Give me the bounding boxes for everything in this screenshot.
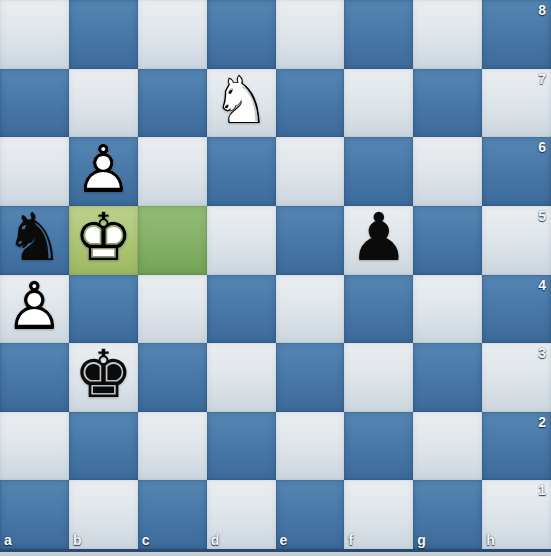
rank-label-1: 1	[538, 482, 546, 498]
square-g4[interactable]	[413, 275, 482, 344]
square-b3[interactable]: ♚	[69, 343, 138, 412]
square-h8[interactable]: 8	[482, 0, 551, 69]
square-b2[interactable]	[69, 412, 138, 481]
file-label-a: a	[4, 532, 12, 548]
square-f7[interactable]	[344, 69, 413, 138]
black-king[interactable]: ♚	[69, 343, 138, 412]
square-c3[interactable]	[138, 343, 207, 412]
square-c1[interactable]: c	[138, 480, 207, 549]
square-g2[interactable]	[413, 412, 482, 481]
square-e7[interactable]	[276, 69, 345, 138]
file-label-g: g	[417, 532, 426, 548]
file-label-b: b	[73, 532, 82, 548]
white-king-outline-glyph: ♔	[74, 205, 133, 271]
bottom-edge-light-strip	[0, 552, 551, 556]
square-a7[interactable]	[0, 69, 69, 138]
square-g5[interactable]	[413, 206, 482, 275]
square-f1[interactable]: f	[344, 480, 413, 549]
white-pawn[interactable]: ♟♙	[69, 137, 138, 206]
rank-label-8: 8	[538, 2, 546, 18]
square-d6[interactable]	[207, 137, 276, 206]
square-c8[interactable]	[138, 0, 207, 69]
square-d1[interactable]: d	[207, 480, 276, 549]
square-f4[interactable]	[344, 275, 413, 344]
square-f6[interactable]	[344, 137, 413, 206]
white-pawn-outline-glyph: ♙	[74, 137, 133, 203]
rank-label-4: 4	[538, 277, 546, 293]
file-label-c: c	[142, 532, 150, 548]
square-b8[interactable]	[69, 0, 138, 69]
square-h1[interactable]: 1h	[482, 480, 551, 549]
square-a4[interactable]: ♟♙	[0, 275, 69, 344]
square-e1[interactable]: e	[276, 480, 345, 549]
white-pawn-outline-glyph: ♙	[5, 274, 64, 340]
square-a1[interactable]: a	[0, 480, 69, 549]
rank-label-6: 6	[538, 139, 546, 155]
square-b7[interactable]	[69, 69, 138, 138]
square-h3[interactable]: 3	[482, 343, 551, 412]
square-b5[interactable]: ♚♔	[69, 206, 138, 275]
square-e3[interactable]	[276, 343, 345, 412]
square-f5[interactable]: ♟	[344, 206, 413, 275]
square-f3[interactable]	[344, 343, 413, 412]
board-bottom-edge	[0, 549, 551, 556]
file-label-f: f	[348, 532, 353, 548]
square-c5[interactable]	[138, 206, 207, 275]
rank-label-7: 7	[538, 71, 546, 87]
white-knight[interactable]: ♞♘	[207, 69, 276, 138]
square-a5[interactable]: ♞	[0, 206, 69, 275]
square-d8[interactable]	[207, 0, 276, 69]
square-h5[interactable]: 5	[482, 206, 551, 275]
square-g1[interactable]: g	[413, 480, 482, 549]
square-h4[interactable]: 4	[482, 275, 551, 344]
square-b4[interactable]	[69, 275, 138, 344]
chess-app: 8♞♘7♟♙6♞♚♔♟5♟♙4♚32abcdefg1h	[0, 0, 551, 556]
square-c4[interactable]	[138, 275, 207, 344]
square-d2[interactable]	[207, 412, 276, 481]
file-label-e: e	[280, 532, 288, 548]
square-f8[interactable]	[344, 0, 413, 69]
square-h6[interactable]: 6	[482, 137, 551, 206]
square-d5[interactable]	[207, 206, 276, 275]
black-pawn-glyph: ♟	[349, 205, 408, 271]
square-e4[interactable]	[276, 275, 345, 344]
file-label-h: h	[486, 532, 495, 548]
rank-label-5: 5	[538, 208, 546, 224]
square-b1[interactable]: b	[69, 480, 138, 549]
square-a6[interactable]	[0, 137, 69, 206]
square-c2[interactable]	[138, 412, 207, 481]
black-king-glyph: ♚	[74, 342, 133, 408]
square-e6[interactable]	[276, 137, 345, 206]
black-knight-glyph: ♞	[5, 205, 64, 271]
square-f2[interactable]	[344, 412, 413, 481]
square-g3[interactable]	[413, 343, 482, 412]
square-a8[interactable]	[0, 0, 69, 69]
square-g8[interactable]	[413, 0, 482, 69]
square-c6[interactable]	[138, 137, 207, 206]
square-c7[interactable]	[138, 69, 207, 138]
square-g7[interactable]	[413, 69, 482, 138]
square-e5[interactable]	[276, 206, 345, 275]
square-d3[interactable]	[207, 343, 276, 412]
black-knight[interactable]: ♞	[0, 206, 69, 275]
square-g6[interactable]	[413, 137, 482, 206]
white-pawn[interactable]: ♟♙	[0, 275, 69, 344]
white-king[interactable]: ♚♔	[69, 206, 138, 275]
rank-label-3: 3	[538, 345, 546, 361]
square-d7[interactable]: ♞♘	[207, 69, 276, 138]
rank-label-2: 2	[538, 414, 546, 430]
square-b6[interactable]: ♟♙	[69, 137, 138, 206]
square-e2[interactable]	[276, 412, 345, 481]
square-a2[interactable]	[0, 412, 69, 481]
file-label-d: d	[211, 532, 220, 548]
white-knight-outline-glyph: ♘	[211, 68, 270, 134]
square-d4[interactable]	[207, 275, 276, 344]
chess-board: 8♞♘7♟♙6♞♚♔♟5♟♙4♚32abcdefg1h	[0, 0, 551, 549]
square-a3[interactable]	[0, 343, 69, 412]
square-e8[interactable]	[276, 0, 345, 69]
square-h2[interactable]: 2	[482, 412, 551, 481]
square-h7[interactable]: 7	[482, 69, 551, 138]
black-pawn[interactable]: ♟	[344, 206, 413, 275]
